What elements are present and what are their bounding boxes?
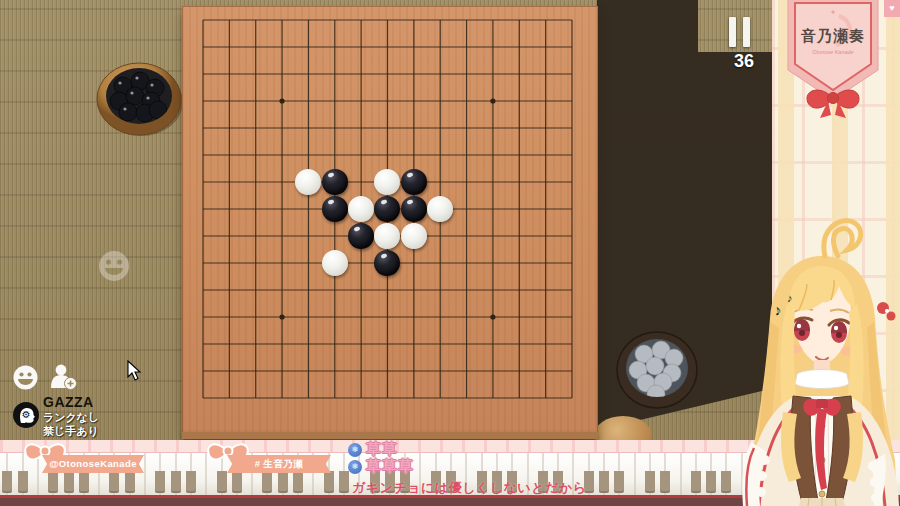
fading-smiley-emote [98, 250, 130, 282]
piano-black-key [79, 471, 89, 493]
black-stone [348, 223, 374, 249]
svg-text:⚙: ⚙ [22, 409, 31, 420]
emote-button[interactable] [13, 365, 38, 390]
add-player-icon[interactable] [49, 362, 79, 392]
red-flower-accessory [877, 302, 896, 321]
subtitle-caption: ガキンチョには優しくしないとだから [352, 479, 586, 497]
sparkle-icon: ✦ [830, 8, 837, 17]
nameplate-kanji: 音乃瀬奏 [800, 27, 865, 45]
chat-avatar: ❄ [348, 460, 362, 474]
handle-banner: @OtonoseKanade [42, 455, 144, 473]
hashtag-banner: # 生音乃瀬 [227, 455, 331, 473]
piano-black-key [2, 471, 12, 493]
move-timer: 36 [720, 51, 768, 72]
white-stone-bowl [616, 330, 698, 410]
piano-black-key [171, 471, 181, 493]
chat-text: 草草草 [366, 457, 414, 476]
nameplate-banner: ✦ 音乃瀬奏 Otonose Kanade [786, 0, 882, 124]
heart-corner-icon: ♥ [884, 0, 900, 17]
piano-black-key [278, 471, 288, 493]
piano-black-key [186, 471, 196, 493]
black-stone-bowl [95, 60, 183, 138]
bow-icon [807, 90, 859, 118]
piano-black-key [599, 471, 609, 493]
piano-black-key [232, 471, 242, 493]
nameplate-romaji: Otonose Kanade [812, 49, 853, 55]
piano-black-key [691, 471, 701, 493]
music-note-hairpin: ♪ [787, 292, 793, 304]
piano-black-key [324, 471, 334, 493]
piano-black-key [18, 471, 28, 493]
piano-black-key [645, 471, 655, 493]
piano-black-key [660, 471, 670, 493]
white-stone [348, 196, 374, 222]
gomoku-board[interactable] [182, 6, 598, 434]
piano-black-key [48, 471, 58, 493]
mouse-cursor [126, 360, 142, 382]
piano-black-key [721, 471, 731, 493]
stream-screen: ⚙ GAZZA ランクなし 禁じ手あり 36 ✦ 音乃瀬奏 Otonose Ka… [0, 0, 900, 506]
player-name: GAZZA [43, 394, 94, 410]
piano-black-key [706, 471, 716, 493]
black-stone [322, 196, 348, 222]
piano-black-key [109, 471, 119, 493]
player-rank: ランクなし [43, 410, 99, 425]
white-stone [401, 223, 427, 249]
black-stone [401, 196, 427, 222]
white-stone [322, 250, 348, 276]
piano-black-key [125, 471, 135, 493]
piano-black-key [262, 471, 272, 493]
vtuber-avatar: ♪ ♪ [735, 212, 900, 506]
chat-message: ❄ 草草草 [348, 457, 414, 476]
chat-avatar: ❄ [348, 443, 362, 457]
pause-icon[interactable] [729, 17, 736, 47]
black-stone [401, 169, 427, 195]
piano-black-key [614, 471, 624, 493]
piano-black-key [217, 471, 227, 493]
ai-brain-icon: ⚙ [12, 401, 40, 429]
ahoge [824, 221, 861, 256]
black-stone [322, 169, 348, 195]
piano-black-key [293, 471, 303, 493]
piano-black-key [64, 471, 74, 493]
pause-icon[interactable] [743, 17, 750, 47]
piano-black-key [155, 471, 165, 493]
